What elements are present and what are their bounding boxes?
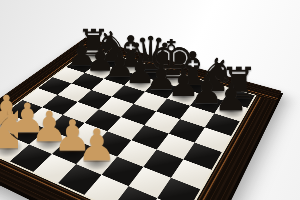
white-knight-glyph: ♞: [0, 102, 33, 157]
chess-scene: ♜♞♝♛♚♝♞♜♟♟♟♟♟♟♟♟♟♟♟♟♟♜♞: [0, 0, 300, 200]
chessboard: ♜♞♝♛♚♝♞♜♟♟♟♟♟♟♟♟♟♟♟♟♟♜♞: [0, 38, 281, 200]
photo-stage: ♜♞♝♛♚♝♞♜♟♟♟♟♟♟♟♟♟♟♟♟♟♜♞: [0, 0, 300, 200]
